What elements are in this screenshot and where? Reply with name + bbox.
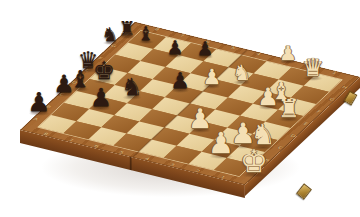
white-rook-d1: ♜ (278, 96, 300, 121)
black-knight-d6: ♞ (121, 75, 143, 99)
black-knight-e7: ♞ (101, 25, 118, 44)
white-queen-g4: ♛ (302, 55, 324, 80)
black-pawn-a7: ♟ (27, 89, 50, 115)
chess-set-photo: 87654321 87654321 HGFEDCBA HGFEDCBA ♜♞♝♟… (0, 0, 360, 217)
white-king-b1: ♚ (240, 146, 268, 177)
black-king-c8: ♚ (93, 58, 115, 83)
black-bishop-e6: ♝ (137, 24, 154, 43)
white-pawn-a2: ♟ (208, 129, 234, 158)
white-pawn-f5: ♟ (279, 43, 297, 63)
black-pawn-g5: ♟ (196, 39, 213, 58)
black-pawn-e5: ♟ (170, 70, 190, 92)
white-pawn-d5: ♟ (203, 67, 222, 88)
white-knight-e4: ♞ (233, 63, 252, 84)
black-pawn-f6: ♟ (166, 38, 183, 57)
white-pawn-e3: ♟ (257, 85, 279, 109)
black-pawn-c5: ♟ (90, 85, 112, 110)
black-pawn-b6: ♟ (53, 72, 75, 96)
black-rook-f8: ♜ (118, 19, 135, 38)
